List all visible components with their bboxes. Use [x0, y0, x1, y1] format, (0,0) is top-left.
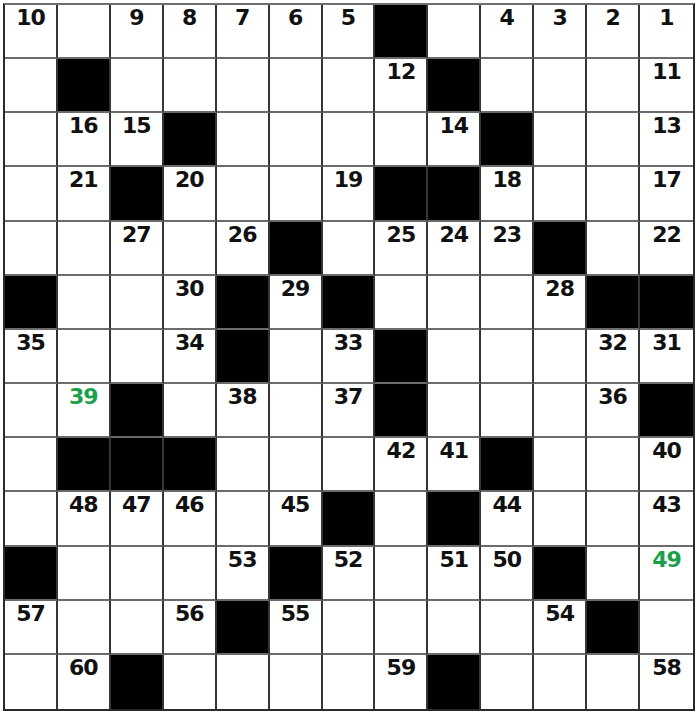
cell-r11c8[interactable]: [375, 547, 428, 601]
block-cell-r4c3: [111, 167, 164, 221]
cell-r6c8[interactable]: [375, 276, 428, 330]
cell-r13c6[interactable]: [270, 655, 323, 709]
clue-number-48: 48: [58, 492, 109, 516]
cell-r5c3[interactable]: 27: [111, 222, 164, 276]
cell-r1c1[interactable]: 10: [5, 5, 58, 59]
clue-number-40: 40: [640, 438, 693, 462]
cell-r11c13[interactable]: 49: [640, 547, 693, 601]
cell-r5c12[interactable]: [587, 222, 640, 276]
clue-number-45: 45: [270, 492, 321, 516]
cell-r11c2[interactable]: [58, 547, 111, 601]
cell-r7c11[interactable]: [534, 330, 587, 384]
clue-number-22: 22: [640, 222, 693, 246]
clue-number-46: 46: [164, 492, 215, 516]
cell-r9c5[interactable]: [217, 438, 270, 492]
cell-r8c7[interactable]: 37: [323, 384, 376, 438]
cell-r7c4[interactable]: 34: [164, 330, 217, 384]
cell-r10c4[interactable]: 46: [164, 492, 217, 546]
clue-number-2: 2: [587, 5, 638, 29]
clue-number-3: 3: [534, 5, 585, 29]
cell-r3c6[interactable]: [270, 113, 323, 167]
cell-r1c7[interactable]: 5: [323, 5, 376, 59]
cell-r7c13[interactable]: 31: [640, 330, 693, 384]
cell-r12c1[interactable]: 57: [5, 601, 58, 655]
cell-r12c9[interactable]: [428, 601, 481, 655]
cell-r3c3[interactable]: 15: [111, 113, 164, 167]
clue-number-52: 52: [323, 547, 374, 571]
cell-r5c8[interactable]: 25: [375, 222, 428, 276]
block-cell-r3c10: [481, 113, 534, 167]
clue-number-36: 36: [587, 384, 638, 408]
clue-number-28: 28: [534, 276, 585, 300]
cell-r12c13[interactable]: [640, 601, 693, 655]
cell-r2c6[interactable]: [270, 59, 323, 113]
block-cell-r8c3: [111, 384, 164, 438]
block-cell-r2c9: [428, 59, 481, 113]
cell-r1c3[interactable]: 9: [111, 5, 164, 59]
clue-number-53: 53: [217, 547, 268, 571]
crossword-page: 1098765432112111615141321201918172726252…: [0, 0, 700, 715]
cell-r8c1[interactable]: [5, 384, 58, 438]
cell-r12c4[interactable]: 56: [164, 601, 217, 655]
cell-r2c8[interactable]: 12: [375, 59, 428, 113]
cell-r12c3[interactable]: [111, 601, 164, 655]
cell-r1c4[interactable]: 8: [164, 5, 217, 59]
cell-r4c11[interactable]: [534, 167, 587, 221]
cell-r8c11[interactable]: [534, 384, 587, 438]
clue-number-14: 14: [428, 113, 479, 137]
clue-number-27: 27: [111, 222, 162, 246]
cell-r8c4[interactable]: [164, 384, 217, 438]
cell-r9c11[interactable]: [534, 438, 587, 492]
cell-r1c11[interactable]: 3: [534, 5, 587, 59]
cell-r7c10[interactable]: [481, 330, 534, 384]
cell-r6c9[interactable]: [428, 276, 481, 330]
cell-r5c4[interactable]: [164, 222, 217, 276]
clue-number-16: 16: [58, 113, 109, 137]
clue-number-33: 33: [323, 330, 374, 354]
clue-number-6: 6: [270, 5, 321, 29]
cell-r1c10[interactable]: 4: [481, 5, 534, 59]
block-cell-r13c9: [428, 655, 481, 709]
cell-r9c1[interactable]: [5, 438, 58, 492]
cell-r6c3[interactable]: [111, 276, 164, 330]
block-cell-r10c7: [323, 492, 376, 546]
clue-number-21: 21: [58, 167, 109, 191]
block-cell-r1c8: [375, 5, 428, 59]
clue-number-58: 58: [640, 655, 693, 679]
cell-r5c13[interactable]: 22: [640, 222, 693, 276]
block-cell-r6c5: [217, 276, 270, 330]
block-cell-r6c13: [640, 276, 693, 330]
cell-r2c5[interactable]: [217, 59, 270, 113]
clue-number-54: 54: [534, 601, 585, 625]
block-cell-r5c6: [270, 222, 323, 276]
clue-number-47: 47: [111, 492, 162, 516]
clue-number-30: 30: [164, 276, 215, 300]
cell-r1c12[interactable]: 2: [587, 5, 640, 59]
cell-r13c13[interactable]: 58: [640, 655, 693, 709]
cell-r9c12[interactable]: [587, 438, 640, 492]
clue-number-35: 35: [5, 330, 56, 354]
cell-r3c9[interactable]: 14: [428, 113, 481, 167]
block-cell-r11c11: [534, 547, 587, 601]
clue-number-26: 26: [217, 222, 268, 246]
cell-r2c4[interactable]: [164, 59, 217, 113]
cell-r5c9[interactable]: 24: [428, 222, 481, 276]
cell-r11c5[interactable]: 53: [217, 547, 270, 601]
cell-r7c7[interactable]: 33: [323, 330, 376, 384]
cell-r5c7[interactable]: [323, 222, 376, 276]
block-cell-r6c12: [587, 276, 640, 330]
cell-r4c1[interactable]: [5, 167, 58, 221]
cell-r12c6[interactable]: 55: [270, 601, 323, 655]
cell-r13c12[interactable]: [587, 655, 640, 709]
cell-r13c5[interactable]: [217, 655, 270, 709]
clue-number-44: 44: [481, 492, 532, 516]
cell-r10c12[interactable]: [587, 492, 640, 546]
clue-number-31: 31: [640, 330, 693, 354]
clue-number-4: 4: [481, 5, 532, 29]
cell-r11c9[interactable]: 51: [428, 547, 481, 601]
cell-r9c7[interactable]: [323, 438, 376, 492]
block-cell-r11c6: [270, 547, 323, 601]
cell-r8c12[interactable]: 36: [587, 384, 640, 438]
block-cell-r6c1: [5, 276, 58, 330]
cell-r4c5[interactable]: [217, 167, 270, 221]
cell-r2c13[interactable]: 11: [640, 59, 693, 113]
block-cell-r4c8: [375, 167, 428, 221]
cell-r11c4[interactable]: [164, 547, 217, 601]
cell-r2c3[interactable]: [111, 59, 164, 113]
cell-r9c8[interactable]: 42: [375, 438, 428, 492]
cell-r13c4[interactable]: [164, 655, 217, 709]
cell-r3c12[interactable]: [587, 113, 640, 167]
clue-number-50: 50: [481, 547, 532, 571]
block-cell-r4c9: [428, 167, 481, 221]
cell-r13c2[interactable]: 60: [58, 655, 111, 709]
cell-r10c8[interactable]: [375, 492, 428, 546]
cell-r5c2[interactable]: [58, 222, 111, 276]
clue-number-51: 51: [428, 547, 479, 571]
cell-r7c6[interactable]: [270, 330, 323, 384]
cell-r5c10[interactable]: 23: [481, 222, 534, 276]
block-cell-r10c9: [428, 492, 481, 546]
clue-number-17: 17: [640, 167, 693, 191]
cell-r5c5[interactable]: 26: [217, 222, 270, 276]
clue-number-20: 20: [164, 167, 215, 191]
cell-r8c2[interactable]: 39: [58, 384, 111, 438]
cell-r10c11[interactable]: [534, 492, 587, 546]
block-cell-r13c3: [111, 655, 164, 709]
clue-number-5: 5: [323, 5, 374, 29]
cell-r12c11[interactable]: 54: [534, 601, 587, 655]
block-cell-r7c8: [375, 330, 428, 384]
cell-r10c3[interactable]: 47: [111, 492, 164, 546]
cell-r10c13[interactable]: 43: [640, 492, 693, 546]
clue-number-29: 29: [270, 276, 321, 300]
cell-r7c2[interactable]: [58, 330, 111, 384]
block-cell-r12c5: [217, 601, 270, 655]
cell-r7c3[interactable]: [111, 330, 164, 384]
clue-number-12: 12: [375, 59, 426, 83]
cell-r3c5[interactable]: [217, 113, 270, 167]
block-cell-r9c2: [58, 438, 111, 492]
cell-r11c7[interactable]: 52: [323, 547, 376, 601]
block-cell-r3c4: [164, 113, 217, 167]
cell-r1c5[interactable]: 7: [217, 5, 270, 59]
clue-number-49: 49: [640, 547, 693, 571]
clue-number-10: 10: [5, 5, 56, 29]
cell-r13c7[interactable]: [323, 655, 376, 709]
clue-number-24: 24: [428, 222, 479, 246]
cell-r7c9[interactable]: [428, 330, 481, 384]
block-cell-r12c12: [587, 601, 640, 655]
clue-number-15: 15: [111, 113, 162, 137]
cell-r13c1[interactable]: [5, 655, 58, 709]
block-cell-r7c5: [217, 330, 270, 384]
cell-r1c13[interactable]: 1: [640, 5, 693, 59]
cell-r2c12[interactable]: [587, 59, 640, 113]
clue-number-56: 56: [164, 601, 215, 625]
clue-number-60: 60: [58, 655, 109, 679]
cell-r13c10[interactable]: [481, 655, 534, 709]
cell-r4c2[interactable]: 21: [58, 167, 111, 221]
cell-r13c8[interactable]: 59: [375, 655, 428, 709]
cell-r1c2[interactable]: [58, 5, 111, 59]
cell-r4c10[interactable]: 18: [481, 167, 534, 221]
block-cell-r11c1: [5, 547, 58, 601]
cell-r6c10[interactable]: [481, 276, 534, 330]
cell-r7c1[interactable]: 35: [5, 330, 58, 384]
cell-r10c5[interactable]: [217, 492, 270, 546]
cell-r6c6[interactable]: 29: [270, 276, 323, 330]
cell-r3c8[interactable]: [375, 113, 428, 167]
cell-r10c10[interactable]: 44: [481, 492, 534, 546]
cell-r8c9[interactable]: [428, 384, 481, 438]
cell-r10c1[interactable]: [5, 492, 58, 546]
cell-r4c13[interactable]: 17: [640, 167, 693, 221]
clue-number-59: 59: [375, 655, 426, 679]
clue-number-7: 7: [217, 5, 268, 29]
cell-r2c11[interactable]: [534, 59, 587, 113]
clue-number-32: 32: [587, 330, 638, 354]
clue-number-55: 55: [270, 601, 321, 625]
clue-number-42: 42: [375, 438, 426, 462]
clue-number-9: 9: [111, 5, 162, 29]
block-cell-r9c4: [164, 438, 217, 492]
cell-r11c12[interactable]: [587, 547, 640, 601]
clue-number-13: 13: [640, 113, 693, 137]
cell-r9c6[interactable]: [270, 438, 323, 492]
cell-r12c10[interactable]: [481, 601, 534, 655]
clue-number-23: 23: [481, 222, 532, 246]
clue-number-39: 39: [58, 384, 109, 408]
clue-number-1: 1: [640, 5, 693, 29]
cell-r3c7[interactable]: [323, 113, 376, 167]
cell-r9c9[interactable]: 41: [428, 438, 481, 492]
cell-r5c1[interactable]: [5, 222, 58, 276]
cell-r6c4[interactable]: 30: [164, 276, 217, 330]
cell-r13c11[interactable]: [534, 655, 587, 709]
cell-r4c4[interactable]: 20: [164, 167, 217, 221]
cell-r6c2[interactable]: [58, 276, 111, 330]
cell-r11c10[interactable]: 50: [481, 547, 534, 601]
cell-r6c11[interactable]: 28: [534, 276, 587, 330]
cell-r3c13[interactable]: 13: [640, 113, 693, 167]
block-cell-r5c11: [534, 222, 587, 276]
cell-r1c6[interactable]: 6: [270, 5, 323, 59]
cell-r4c6[interactable]: [270, 167, 323, 221]
clue-number-18: 18: [481, 167, 532, 191]
clue-number-34: 34: [164, 330, 215, 354]
block-cell-r9c3: [111, 438, 164, 492]
block-cell-r6c7: [323, 276, 376, 330]
cell-r8c6[interactable]: [270, 384, 323, 438]
clue-number-41: 41: [428, 438, 479, 462]
cell-r11c3[interactable]: [111, 547, 164, 601]
clue-number-38: 38: [217, 384, 268, 408]
cell-r1c9[interactable]: [428, 5, 481, 59]
cell-r3c2[interactable]: 16: [58, 113, 111, 167]
clue-number-8: 8: [164, 5, 215, 29]
cell-r4c7[interactable]: 19: [323, 167, 376, 221]
block-cell-r8c13: [640, 384, 693, 438]
cell-r10c2[interactable]: 48: [58, 492, 111, 546]
block-cell-r9c10: [481, 438, 534, 492]
cell-r2c1[interactable]: [5, 59, 58, 113]
cell-r8c10[interactable]: [481, 384, 534, 438]
clue-number-37: 37: [323, 384, 374, 408]
cell-r2c10[interactable]: [481, 59, 534, 113]
crossword-grid: 1098765432112111615141321201918172726252…: [3, 3, 695, 711]
cell-r10c6[interactable]: 45: [270, 492, 323, 546]
block-cell-r8c8: [375, 384, 428, 438]
block-cell-r2c2: [58, 59, 111, 113]
cell-r4c12[interactable]: [587, 167, 640, 221]
clue-number-25: 25: [375, 222, 426, 246]
cell-r8c5[interactable]: 38: [217, 384, 270, 438]
cell-r3c1[interactable]: [5, 113, 58, 167]
clue-number-57: 57: [5, 601, 56, 625]
cell-r9c13[interactable]: 40: [640, 438, 693, 492]
cell-r2c7[interactable]: [323, 59, 376, 113]
clue-number-43: 43: [640, 492, 693, 516]
cell-r3c11[interactable]: [534, 113, 587, 167]
clue-number-19: 19: [323, 167, 374, 191]
clue-number-11: 11: [640, 59, 693, 83]
cell-r7c12[interactable]: 32: [587, 330, 640, 384]
cell-r12c7[interactable]: [323, 601, 376, 655]
cell-r12c8[interactable]: [375, 601, 428, 655]
cell-r12c2[interactable]: [58, 601, 111, 655]
